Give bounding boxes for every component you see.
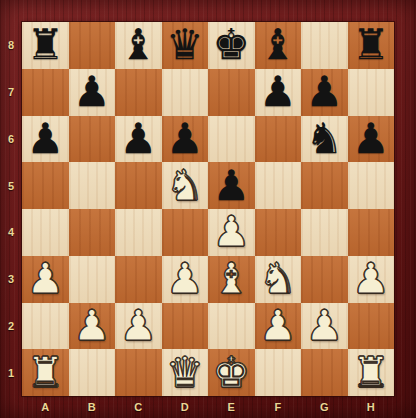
square-c4[interactable] bbox=[115, 209, 162, 256]
square-h5[interactable] bbox=[348, 162, 395, 209]
square-d7[interactable] bbox=[162, 69, 209, 116]
square-c5[interactable] bbox=[115, 162, 162, 209]
square-g7[interactable]: ♟ bbox=[301, 69, 348, 116]
square-c7[interactable] bbox=[115, 69, 162, 116]
square-b8[interactable] bbox=[69, 22, 116, 69]
board-frame: 87654321 ABCDEFGH ♜♝♛♚♝♜♟♟♟♟♟♟♞♟♞♟♟♟♟♝♞♟… bbox=[0, 0, 416, 418]
square-f6[interactable] bbox=[255, 116, 302, 163]
square-f3[interactable]: ♞ bbox=[255, 256, 302, 303]
white-rook[interactable]: ♜ bbox=[26, 350, 64, 396]
square-a2[interactable] bbox=[22, 303, 69, 350]
white-pawn[interactable]: ♟ bbox=[305, 303, 343, 349]
square-d1[interactable]: ♛ bbox=[162, 349, 209, 396]
rank-label-4: 4 bbox=[0, 209, 22, 256]
square-g3[interactable] bbox=[301, 256, 348, 303]
black-pawn[interactable]: ♟ bbox=[212, 163, 250, 209]
black-king[interactable]: ♚ bbox=[212, 22, 250, 68]
file-label-e: E bbox=[208, 396, 255, 418]
white-bishop[interactable]: ♝ bbox=[212, 256, 250, 302]
square-c8[interactable]: ♝ bbox=[115, 22, 162, 69]
square-d5[interactable]: ♞ bbox=[162, 162, 209, 209]
rank-label-8: 8 bbox=[0, 22, 22, 69]
file-label-h: H bbox=[348, 396, 395, 418]
white-rook[interactable]: ♜ bbox=[352, 350, 390, 396]
rank-label-3: 3 bbox=[0, 256, 22, 303]
square-e8[interactable]: ♚ bbox=[208, 22, 255, 69]
square-b5[interactable] bbox=[69, 162, 116, 209]
black-rook[interactable]: ♜ bbox=[352, 22, 390, 68]
black-pawn[interactable]: ♟ bbox=[119, 116, 157, 162]
square-d2[interactable] bbox=[162, 303, 209, 350]
square-a4[interactable] bbox=[22, 209, 69, 256]
square-f2[interactable]: ♟ bbox=[255, 303, 302, 350]
square-e3[interactable]: ♝ bbox=[208, 256, 255, 303]
white-pawn[interactable]: ♟ bbox=[119, 303, 157, 349]
file-labels: ABCDEFGH bbox=[22, 396, 394, 418]
square-e6[interactable] bbox=[208, 116, 255, 163]
rank-label-2: 2 bbox=[0, 303, 22, 350]
square-h6[interactable]: ♟ bbox=[348, 116, 395, 163]
square-e4[interactable]: ♟ bbox=[208, 209, 255, 256]
square-f8[interactable]: ♝ bbox=[255, 22, 302, 69]
square-d6[interactable]: ♟ bbox=[162, 116, 209, 163]
white-pawn[interactable]: ♟ bbox=[352, 256, 390, 302]
black-pawn[interactable]: ♟ bbox=[166, 116, 204, 162]
square-a5[interactable] bbox=[22, 162, 69, 209]
white-knight[interactable]: ♞ bbox=[166, 163, 204, 209]
black-pawn[interactable]: ♟ bbox=[352, 116, 390, 162]
square-g1[interactable] bbox=[301, 349, 348, 396]
square-g6[interactable]: ♞ bbox=[301, 116, 348, 163]
square-b7[interactable]: ♟ bbox=[69, 69, 116, 116]
rank-labels: 87654321 bbox=[0, 22, 22, 396]
square-a3[interactable]: ♟ bbox=[22, 256, 69, 303]
square-d3[interactable]: ♟ bbox=[162, 256, 209, 303]
square-c2[interactable]: ♟ bbox=[115, 303, 162, 350]
square-b6[interactable] bbox=[69, 116, 116, 163]
white-king[interactable]: ♚ bbox=[212, 350, 250, 396]
square-h7[interactable] bbox=[348, 69, 395, 116]
rank-label-1: 1 bbox=[0, 349, 22, 396]
square-g5[interactable] bbox=[301, 162, 348, 209]
black-pawn[interactable]: ♟ bbox=[305, 69, 343, 115]
square-a1[interactable]: ♜ bbox=[22, 349, 69, 396]
black-pawn[interactable]: ♟ bbox=[26, 116, 64, 162]
file-label-a: A bbox=[22, 396, 69, 418]
white-queen[interactable]: ♛ bbox=[166, 350, 204, 396]
rank-label-7: 7 bbox=[0, 69, 22, 116]
black-pawn[interactable]: ♟ bbox=[73, 69, 111, 115]
chess-board: ♜♝♛♚♝♜♟♟♟♟♟♟♞♟♞♟♟♟♟♝♞♟♟♟♟♟♜♛♚♜ bbox=[22, 22, 394, 396]
square-b1[interactable] bbox=[69, 349, 116, 396]
square-a8[interactable]: ♜ bbox=[22, 22, 69, 69]
square-h3[interactable]: ♟ bbox=[348, 256, 395, 303]
square-f7[interactable]: ♟ bbox=[255, 69, 302, 116]
white-pawn[interactable]: ♟ bbox=[166, 256, 204, 302]
square-f4[interactable] bbox=[255, 209, 302, 256]
file-label-c: C bbox=[115, 396, 162, 418]
rank-label-5: 5 bbox=[0, 162, 22, 209]
square-f1[interactable] bbox=[255, 349, 302, 396]
square-e7[interactable] bbox=[208, 69, 255, 116]
square-h2[interactable] bbox=[348, 303, 395, 350]
square-e5[interactable]: ♟ bbox=[208, 162, 255, 209]
file-label-d: D bbox=[162, 396, 209, 418]
square-a7[interactable] bbox=[22, 69, 69, 116]
file-label-b: B bbox=[69, 396, 116, 418]
file-label-g: G bbox=[301, 396, 348, 418]
square-a6[interactable]: ♟ bbox=[22, 116, 69, 163]
square-c6[interactable]: ♟ bbox=[115, 116, 162, 163]
square-b3[interactable] bbox=[69, 256, 116, 303]
square-c1[interactable] bbox=[115, 349, 162, 396]
square-g2[interactable]: ♟ bbox=[301, 303, 348, 350]
square-e1[interactable]: ♚ bbox=[208, 349, 255, 396]
black-bishop[interactable]: ♝ bbox=[119, 22, 157, 68]
black-rook[interactable]: ♜ bbox=[26, 22, 64, 68]
file-label-f: F bbox=[255, 396, 302, 418]
square-f5[interactable] bbox=[255, 162, 302, 209]
white-pawn[interactable]: ♟ bbox=[259, 303, 297, 349]
white-pawn[interactable]: ♟ bbox=[26, 256, 64, 302]
black-knight[interactable]: ♞ bbox=[305, 116, 343, 162]
square-g4[interactable] bbox=[301, 209, 348, 256]
square-d4[interactable] bbox=[162, 209, 209, 256]
square-g8[interactable] bbox=[301, 22, 348, 69]
square-c3[interactable] bbox=[115, 256, 162, 303]
black-queen[interactable]: ♛ bbox=[166, 22, 204, 68]
square-d8[interactable]: ♛ bbox=[162, 22, 209, 69]
rank-label-6: 6 bbox=[0, 116, 22, 163]
black-pawn[interactable]: ♟ bbox=[259, 69, 297, 115]
white-pawn[interactable]: ♟ bbox=[212, 209, 250, 255]
square-b2[interactable]: ♟ bbox=[69, 303, 116, 350]
square-e2[interactable] bbox=[208, 303, 255, 350]
square-b4[interactable] bbox=[69, 209, 116, 256]
white-pawn[interactable]: ♟ bbox=[73, 303, 111, 349]
square-h8[interactable]: ♜ bbox=[348, 22, 395, 69]
square-h1[interactable]: ♜ bbox=[348, 349, 395, 396]
white-knight[interactable]: ♞ bbox=[259, 256, 297, 302]
black-bishop[interactable]: ♝ bbox=[259, 22, 297, 68]
square-h4[interactable] bbox=[348, 209, 395, 256]
